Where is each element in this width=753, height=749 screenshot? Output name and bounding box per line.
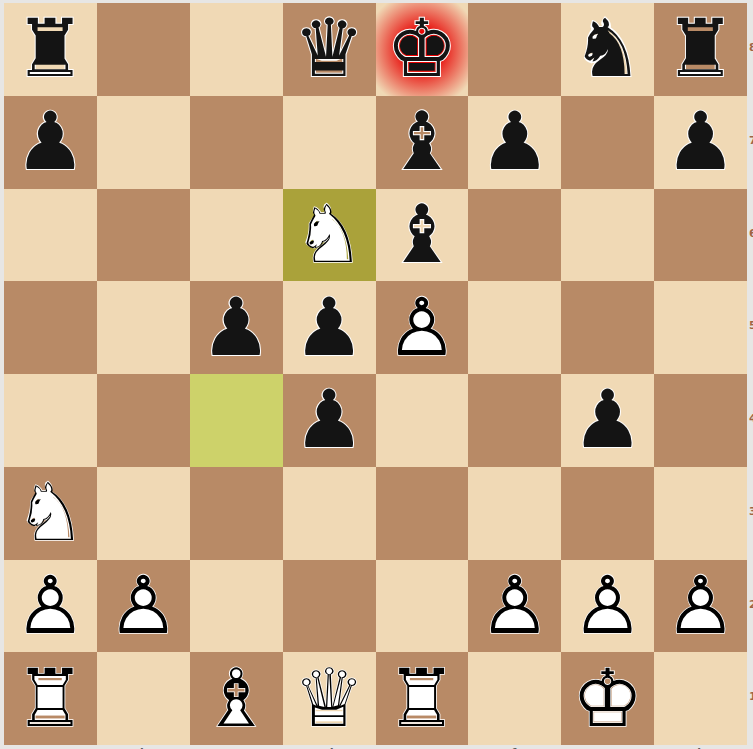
- square-h3[interactable]: [654, 467, 747, 560]
- piece-outline-layer: ♕: [283, 652, 376, 745]
- piece-white-knight[interactable]: ♞♘: [4, 467, 97, 560]
- chess-board: ♖♜♕♛♔♚♘♞♖♜♙♟♗♝♙♟♙♟♞♘♗♝♙♟♙♟♟♙♙♟♙♟♞♘♟♙♟♙♟♙…: [4, 3, 747, 745]
- square-e3[interactable]: [376, 467, 469, 560]
- square-f4[interactable]: [468, 374, 561, 467]
- piece-fill-layer: ♜: [376, 652, 469, 745]
- piece-black-pawn[interactable]: ♙♟: [283, 281, 376, 374]
- square-b6[interactable]: [97, 189, 190, 282]
- piece-outline-layer: ♟: [283, 281, 376, 374]
- square-f2[interactable]: ♟♙: [468, 560, 561, 653]
- square-e5[interactable]: ♟♙: [376, 281, 469, 374]
- rank-coordinate-label: 6: [749, 227, 753, 240]
- piece-outline-layer: ♟: [283, 374, 376, 467]
- piece-fill-layer: ♙: [468, 96, 561, 189]
- square-h6[interactable]: [654, 189, 747, 282]
- square-h8[interactable]: ♖♜: [654, 3, 747, 96]
- rank-coordinate-label: 7: [749, 134, 753, 147]
- piece-fill-layer: ♘: [561, 3, 654, 96]
- piece-outline-layer: ♙: [376, 281, 469, 374]
- rank-coordinate-label: 4: [749, 412, 753, 425]
- piece-outline-layer: ♜: [654, 3, 747, 96]
- piece-fill-layer: ♟: [654, 560, 747, 653]
- piece-outline-layer: ♚: [376, 3, 469, 96]
- piece-outline-layer: ♟: [654, 96, 747, 189]
- piece-fill-layer: ♛: [283, 652, 376, 745]
- piece-white-queen[interactable]: ♛♕: [283, 652, 376, 745]
- piece-outline-layer: ♙: [561, 560, 654, 653]
- piece-fill-layer: ♟: [561, 560, 654, 653]
- piece-black-pawn[interactable]: ♙♟: [190, 281, 283, 374]
- piece-black-bishop[interactable]: ♗♝: [376, 189, 469, 282]
- square-a7[interactable]: ♙♟: [4, 96, 97, 189]
- piece-outline-layer: ♗: [190, 652, 283, 745]
- square-d2[interactable]: [283, 560, 376, 653]
- piece-white-pawn[interactable]: ♟♙: [4, 560, 97, 653]
- piece-black-queen[interactable]: ♕♛: [283, 3, 376, 96]
- square-e4[interactable]: [376, 374, 469, 467]
- piece-black-king[interactable]: ♔♚: [376, 3, 469, 96]
- piece-fill-layer: ♟: [4, 560, 97, 653]
- piece-fill-layer: ♟: [97, 560, 190, 653]
- square-g7[interactable]: [561, 96, 654, 189]
- square-g3[interactable]: [561, 467, 654, 560]
- square-e7[interactable]: ♗♝: [376, 96, 469, 189]
- square-a6[interactable]: [4, 189, 97, 282]
- piece-outline-layer: ♝: [376, 189, 469, 282]
- piece-outline-layer: ♞: [561, 3, 654, 96]
- piece-white-pawn[interactable]: ♟♙: [376, 281, 469, 374]
- rank-coordinate-label: 8: [749, 41, 753, 54]
- square-a8[interactable]: ♖♜: [4, 3, 97, 96]
- rank-coordinates-strip: 87654321: [747, 3, 753, 745]
- file-coordinates-strip: abcdefgh: [4, 745, 747, 749]
- square-e6[interactable]: ♗♝: [376, 189, 469, 282]
- piece-fill-layer: ♔: [376, 3, 469, 96]
- piece-fill-layer: ♙: [190, 281, 283, 374]
- square-f6[interactable]: [468, 189, 561, 282]
- square-a3[interactable]: ♞♘: [4, 467, 97, 560]
- piece-black-knight[interactable]: ♘♞: [561, 3, 654, 96]
- square-f3[interactable]: [468, 467, 561, 560]
- square-c3[interactable]: [190, 467, 283, 560]
- piece-black-pawn[interactable]: ♙♟: [468, 96, 561, 189]
- piece-fill-layer: ♙: [654, 96, 747, 189]
- square-c5[interactable]: ♙♟: [190, 281, 283, 374]
- square-g2[interactable]: ♟♙: [561, 560, 654, 653]
- piece-white-pawn[interactable]: ♟♙: [97, 560, 190, 653]
- square-g1[interactable]: ♚♔: [561, 652, 654, 745]
- piece-fill-layer: ♗: [376, 96, 469, 189]
- piece-fill-layer: ♝: [190, 652, 283, 745]
- piece-outline-layer: ♖: [376, 652, 469, 745]
- square-e8[interactable]: ♔♚: [376, 3, 469, 96]
- piece-black-pawn[interactable]: ♙♟: [4, 96, 97, 189]
- square-d1[interactable]: ♛♕: [283, 652, 376, 745]
- square-f1[interactable]: [468, 652, 561, 745]
- piece-fill-layer: ♙: [561, 374, 654, 467]
- piece-white-pawn[interactable]: ♟♙: [468, 560, 561, 653]
- square-e1[interactable]: ♜♖: [376, 652, 469, 745]
- square-h4[interactable]: [654, 374, 747, 467]
- square-h7[interactable]: ♙♟: [654, 96, 747, 189]
- piece-fill-layer: ♞: [4, 467, 97, 560]
- square-b2[interactable]: ♟♙: [97, 560, 190, 653]
- piece-outline-layer: ♙: [468, 560, 561, 653]
- piece-fill-layer: ♖: [654, 3, 747, 96]
- piece-fill-layer: ♜: [4, 652, 97, 745]
- piece-black-pawn[interactable]: ♙♟: [561, 374, 654, 467]
- square-h1[interactable]: [654, 652, 747, 745]
- square-d8[interactable]: ♕♛: [283, 3, 376, 96]
- piece-white-rook[interactable]: ♜♖: [4, 652, 97, 745]
- piece-outline-layer: ♘: [4, 467, 97, 560]
- piece-black-pawn[interactable]: ♙♟: [283, 374, 376, 467]
- piece-outline-layer: ♟: [4, 96, 97, 189]
- square-d6[interactable]: ♞♘: [283, 189, 376, 282]
- piece-fill-layer: ♙: [283, 281, 376, 374]
- square-f5[interactable]: [468, 281, 561, 374]
- piece-outline-layer: ♝: [376, 96, 469, 189]
- rank-coordinate-label: 3: [749, 505, 753, 518]
- square-c2[interactable]: [190, 560, 283, 653]
- piece-fill-layer: ♟: [468, 560, 561, 653]
- square-c4[interactable]: [190, 374, 283, 467]
- piece-outline-layer: ♟: [561, 374, 654, 467]
- piece-fill-layer: ♗: [376, 189, 469, 282]
- square-d7[interactable]: [283, 96, 376, 189]
- square-d3[interactable]: [283, 467, 376, 560]
- piece-fill-layer: ♟: [376, 281, 469, 374]
- square-g4[interactable]: ♙♟: [561, 374, 654, 467]
- rank-coordinate-label: 2: [749, 598, 753, 611]
- square-c8[interactable]: [190, 3, 283, 96]
- square-d5[interactable]: ♙♟: [283, 281, 376, 374]
- rank-coordinate-label: 1: [749, 690, 753, 703]
- square-g8[interactable]: ♘♞: [561, 3, 654, 96]
- square-a2[interactable]: ♟♙: [4, 560, 97, 653]
- piece-black-bishop[interactable]: ♗♝: [376, 96, 469, 189]
- piece-white-bishop[interactable]: ♝♗: [190, 652, 283, 745]
- piece-black-rook[interactable]: ♖♜: [654, 3, 747, 96]
- piece-outline-layer: ♔: [561, 652, 654, 745]
- piece-outline-layer: ♟: [190, 281, 283, 374]
- square-a5[interactable]: [4, 281, 97, 374]
- piece-white-knight[interactable]: ♞♘: [283, 189, 376, 282]
- piece-outline-layer: ♟: [468, 96, 561, 189]
- square-g6[interactable]: [561, 189, 654, 282]
- piece-outline-layer: ♜: [4, 3, 97, 96]
- page-background: ♖♜♕♛♔♚♘♞♖♜♙♟♗♝♙♟♙♟♞♘♗♝♙♟♙♟♟♙♙♟♙♟♞♘♟♙♟♙♟♙…: [0, 0, 753, 749]
- square-f8[interactable]: [468, 3, 561, 96]
- square-f7[interactable]: ♙♟: [468, 96, 561, 189]
- square-e2[interactable]: [376, 560, 469, 653]
- piece-outline-layer: ♙: [654, 560, 747, 653]
- piece-fill-layer: ♖: [4, 3, 97, 96]
- square-b4[interactable]: [97, 374, 190, 467]
- piece-fill-layer: ♙: [283, 374, 376, 467]
- piece-fill-layer: ♞: [283, 189, 376, 282]
- piece-fill-layer: ♙: [4, 96, 97, 189]
- square-h5[interactable]: [654, 281, 747, 374]
- square-b7[interactable]: [97, 96, 190, 189]
- square-c6[interactable]: [190, 189, 283, 282]
- square-c7[interactable]: [190, 96, 283, 189]
- piece-outline-layer: ♙: [4, 560, 97, 653]
- piece-outline-layer: ♖: [4, 652, 97, 745]
- piece-black-rook[interactable]: ♖♜: [4, 3, 97, 96]
- square-g5[interactable]: [561, 281, 654, 374]
- piece-white-pawn[interactable]: ♟♙: [654, 560, 747, 653]
- piece-white-king[interactable]: ♚♔: [561, 652, 654, 745]
- piece-outline-layer: ♘: [283, 189, 376, 282]
- square-c1[interactable]: ♝♗: [190, 652, 283, 745]
- square-b1[interactable]: [97, 652, 190, 745]
- square-b5[interactable]: [97, 281, 190, 374]
- square-h2[interactable]: ♟♙: [654, 560, 747, 653]
- piece-white-rook[interactable]: ♜♖: [376, 652, 469, 745]
- piece-outline-layer: ♙: [97, 560, 190, 653]
- square-a4[interactable]: [4, 374, 97, 467]
- square-d4[interactable]: ♙♟: [283, 374, 376, 467]
- piece-fill-layer: ♕: [283, 3, 376, 96]
- piece-white-pawn[interactable]: ♟♙: [561, 560, 654, 653]
- square-b8[interactable]: [97, 3, 190, 96]
- piece-black-pawn[interactable]: ♙♟: [654, 96, 747, 189]
- rank-coordinate-label: 5: [749, 319, 753, 332]
- square-a1[interactable]: ♜♖: [4, 652, 97, 745]
- piece-fill-layer: ♚: [561, 652, 654, 745]
- piece-outline-layer: ♛: [283, 3, 376, 96]
- square-b3[interactable]: [97, 467, 190, 560]
